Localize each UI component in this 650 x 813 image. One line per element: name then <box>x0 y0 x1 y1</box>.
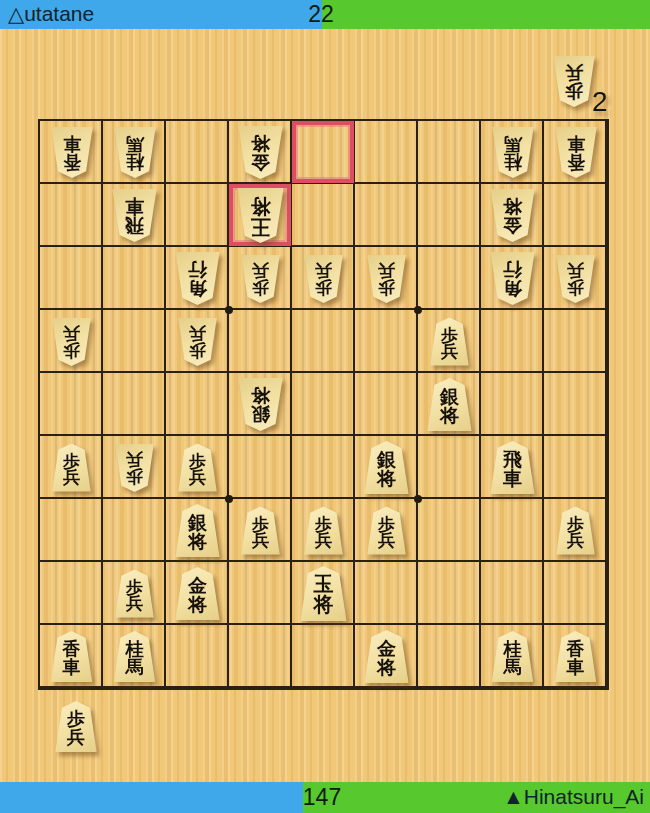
koma-kanji: 兵 <box>189 325 206 342</box>
koma-kanji: 金 <box>377 639 396 658</box>
piece-9d-gote[interactable]: 歩兵 <box>40 310 103 373</box>
board-cell-8d[interactable] <box>103 310 166 373</box>
koma-face: 歩兵 <box>177 444 218 492</box>
koma-kanji: 歩 <box>252 279 269 296</box>
koma-face: 歩兵 <box>555 255 596 303</box>
piece-6g-sente[interactable]: 歩兵 <box>229 499 292 562</box>
koma-kanji: 歩 <box>189 342 206 359</box>
koma-kanji: 飛 <box>503 450 522 469</box>
sente-player-name: ▲Hinatsuru_Ai <box>503 785 644 809</box>
board-cell-1d[interactable] <box>544 310 607 373</box>
board-cell-9e[interactable] <box>40 373 103 436</box>
koma-kanji: 兵 <box>378 532 395 549</box>
koma-kanji: 桂 <box>504 640 522 658</box>
piece-2f-sente[interactable]: 飛車 <box>481 436 544 499</box>
koma-kanji: 兵 <box>189 469 206 486</box>
koma-kanji: 馬 <box>126 658 144 676</box>
koma-face: 歩兵 <box>54 701 98 752</box>
koma-kanji: 兵 <box>315 532 332 549</box>
piece-6c-gote[interactable]: 歩兵 <box>229 247 292 310</box>
koma-face: 飛車 <box>111 189 158 242</box>
board-cell-3i[interactable] <box>418 625 481 688</box>
board-cell-2e[interactable] <box>481 373 544 436</box>
koma-kanji: 将 <box>377 469 396 488</box>
board-cell-7a[interactable] <box>166 121 229 184</box>
piece-9f-sente[interactable]: 歩兵 <box>40 436 103 499</box>
board-cell-5d[interactable] <box>292 310 355 373</box>
piece-6e-gote[interactable]: 銀将 <box>229 373 292 436</box>
koma-face: 銀将 <box>363 441 410 494</box>
koma-face: 歩兵 <box>555 507 596 555</box>
koma-face: 飛車 <box>489 441 536 494</box>
koma-kanji: 銀 <box>440 387 459 406</box>
board-cell-1f[interactable] <box>544 436 607 499</box>
board-cell-9h[interactable] <box>40 562 103 625</box>
koma-kanji: 兵 <box>565 65 583 83</box>
piece-6a-gote[interactable]: 金将 <box>229 121 292 184</box>
board-cell-4e[interactable] <box>355 373 418 436</box>
koma-kanji: 兵 <box>252 262 269 279</box>
board-cell-1h[interactable] <box>544 562 607 625</box>
koma-kanji: 角 <box>188 279 207 298</box>
koma-kanji: 車 <box>63 658 81 676</box>
koma-kanji: 兵 <box>67 728 85 746</box>
koma-kanji: 桂 <box>126 640 144 658</box>
gote-player-name: △utatane <box>8 2 94 26</box>
piece-8f-gote[interactable]: 歩兵 <box>103 436 166 499</box>
koma-kanji: 香 <box>567 153 585 171</box>
board-cell-3f[interactable] <box>418 436 481 499</box>
koma-face: 歩兵 <box>303 507 344 555</box>
koma-kanji: 兵 <box>378 262 395 279</box>
gote-clock-bar: △utatane 22 <box>0 0 650 29</box>
piece-1a-gote[interactable]: 香車 <box>544 121 607 184</box>
board-cell-2g[interactable] <box>481 499 544 562</box>
koma-kanji: 将 <box>314 595 334 615</box>
board-cell-9g[interactable] <box>40 499 103 562</box>
koma-kanji: 歩 <box>565 82 583 100</box>
koma-kanji: 歩 <box>126 468 143 485</box>
koma-kanji: 車 <box>503 469 522 488</box>
koma-kanji: 兵 <box>567 262 584 279</box>
board-cell-7e[interactable] <box>166 373 229 436</box>
piece-2c-gote[interactable]: 角行 <box>481 247 544 310</box>
koma-face: 金将 <box>489 189 536 242</box>
koma-face: 歩兵 <box>177 318 218 366</box>
koma-face: 角行 <box>174 252 221 305</box>
koma-kanji: 馬 <box>504 136 522 154</box>
board-cell-6i[interactable] <box>229 625 292 688</box>
piece-7d-gote[interactable]: 歩兵 <box>166 310 229 373</box>
koma-kanji: 兵 <box>126 451 143 468</box>
koma-kanji: 銀 <box>377 450 396 469</box>
piece-7c-gote[interactable]: 角行 <box>166 247 229 310</box>
piece-9a-gote[interactable]: 香車 <box>40 121 103 184</box>
koma-kanji: 金 <box>503 216 522 235</box>
piece-8h-sente[interactable]: 歩兵 <box>103 562 166 625</box>
koma-face: 歩兵 <box>114 570 155 618</box>
gote-hand-tray: 歩兵2 <box>552 56 596 107</box>
koma-kanji: 行 <box>503 261 522 280</box>
board-cell-3a[interactable] <box>418 121 481 184</box>
piece-8i-sente[interactable]: 桂馬 <box>103 625 166 688</box>
koma-face: 香車 <box>50 631 94 682</box>
gote-clock-value: 22 <box>308 1 334 28</box>
koma-face: 歩兵 <box>114 444 155 492</box>
board-cell-2h[interactable] <box>481 562 544 625</box>
koma-kanji: 車 <box>567 136 585 154</box>
koma-kanji: 桂 <box>504 153 522 171</box>
sente-time-remaining-fill <box>0 782 303 813</box>
piece-4f-sente[interactable]: 銀将 <box>355 436 418 499</box>
board-cell-6h[interactable] <box>229 562 292 625</box>
board-cell-5i[interactable] <box>292 625 355 688</box>
koma-face: 歩兵 <box>240 255 281 303</box>
koma-kanji: 車 <box>567 658 585 676</box>
piece-1c-gote[interactable]: 歩兵 <box>544 247 607 310</box>
koma-face: 歩兵 <box>366 255 407 303</box>
board-cell-4h[interactable] <box>355 562 418 625</box>
piece-9i-sente[interactable]: 香車 <box>40 625 103 688</box>
piece-5g-sente[interactable]: 歩兵 <box>292 499 355 562</box>
gote-hand-count: 2 <box>592 86 608 118</box>
koma-kanji: 歩 <box>315 279 332 296</box>
board-cell-3h[interactable] <box>418 562 481 625</box>
piece-2b-gote[interactable]: 金将 <box>481 184 544 247</box>
board-cell-8g[interactable] <box>103 499 166 562</box>
koma-kanji: 将 <box>188 532 207 551</box>
board-cell-6d[interactable] <box>229 310 292 373</box>
piece-3d-sente[interactable]: 歩兵 <box>418 310 481 373</box>
board-cell-4b[interactable] <box>355 184 418 247</box>
koma-kanji: 香 <box>63 640 81 658</box>
koma-kanji: 飛 <box>125 216 144 235</box>
koma-kanji: 兵 <box>252 532 269 549</box>
board-cell-9c[interactable] <box>40 247 103 310</box>
board-cell-3c[interactable] <box>418 247 481 310</box>
last-move-from-highlight <box>292 121 354 183</box>
board-cell-5e[interactable] <box>292 373 355 436</box>
board-cell-3g[interactable] <box>418 499 481 562</box>
piece-4c-gote[interactable]: 歩兵 <box>355 247 418 310</box>
board-cell-9b[interactable] <box>40 184 103 247</box>
board-cell-1e[interactable] <box>544 373 607 436</box>
board-cell-7i[interactable] <box>166 625 229 688</box>
koma-face: 桂馬 <box>491 127 535 178</box>
board-cell-7b[interactable] <box>166 184 229 247</box>
koma-kanji: 兵 <box>63 325 80 342</box>
piece-8a-gote[interactable]: 桂馬 <box>103 121 166 184</box>
koma-kanji: 行 <box>188 261 207 280</box>
piece-7h-sente[interactable]: 金将 <box>166 562 229 625</box>
koma-face: 歩兵 <box>366 507 407 555</box>
koma-face: 金将 <box>237 126 284 179</box>
koma-kanji: 将 <box>251 135 270 154</box>
koma-face: 王将 <box>236 188 285 243</box>
koma-kanji: 将 <box>503 198 522 217</box>
board-cell-8c[interactable] <box>103 247 166 310</box>
koma-kanji: 将 <box>188 595 207 614</box>
sente-hand-piece[interactable]: 歩兵 <box>54 701 98 752</box>
piece-8b-gote[interactable]: 飛車 <box>103 184 166 247</box>
koma-face: 香車 <box>554 127 598 178</box>
piece-7f-sente[interactable]: 歩兵 <box>166 436 229 499</box>
koma-face: 歩兵 <box>240 507 281 555</box>
piece-4i-sente[interactable]: 金将 <box>355 625 418 688</box>
koma-face: 歩兵 <box>429 318 470 366</box>
piece-7g-sente[interactable]: 銀将 <box>166 499 229 562</box>
koma-face: 香車 <box>554 631 598 682</box>
koma-face: 銀将 <box>174 504 221 557</box>
koma-kanji: 金 <box>188 576 207 595</box>
piece-2a-gote[interactable]: 桂馬 <box>481 121 544 184</box>
koma-kanji: 桂 <box>126 153 144 171</box>
koma-kanji: 将 <box>251 387 270 406</box>
koma-face: 桂馬 <box>113 127 157 178</box>
koma-kanji: 歩 <box>378 279 395 296</box>
koma-kanji: 馬 <box>504 658 522 676</box>
koma-face: 香車 <box>50 127 94 178</box>
board-cell-1b[interactable] <box>544 184 607 247</box>
piece-5h-sente[interactable]: 玉将 <box>292 562 355 625</box>
koma-kanji: 銀 <box>251 405 270 424</box>
koma-kanji: 香 <box>63 153 81 171</box>
koma-kanji: 歩 <box>567 279 584 296</box>
board-cell-2d[interactable] <box>481 310 544 373</box>
koma-face: 銀将 <box>237 378 284 431</box>
koma-kanji: 将 <box>440 406 459 425</box>
koma-face: 桂馬 <box>113 631 157 682</box>
koma-kanji: 兵 <box>441 343 458 360</box>
koma-kanji: 将 <box>251 197 271 217</box>
koma-kanji: 将 <box>377 658 396 677</box>
koma-face: 歩兵 <box>552 56 596 107</box>
koma-face: 銀将 <box>426 378 473 431</box>
koma-kanji: 王 <box>251 216 271 236</box>
koma-kanji: 車 <box>63 136 81 154</box>
koma-kanji: 金 <box>251 153 270 172</box>
koma-face: 金将 <box>174 567 221 620</box>
board-cell-4d[interactable] <box>355 310 418 373</box>
board-cell-5f[interactable] <box>292 436 355 499</box>
koma-face: 金将 <box>363 630 410 683</box>
board-cell-5b[interactable] <box>292 184 355 247</box>
koma-face: 角行 <box>489 252 536 305</box>
koma-face: 歩兵 <box>51 318 92 366</box>
piece-1g-sente[interactable]: 歩兵 <box>544 499 607 562</box>
piece-6b-gote[interactable]: 王将 <box>229 184 292 247</box>
shogi-board: 香車桂馬金将桂馬香車飛車王将金将角行歩兵歩兵歩兵角行歩兵歩兵歩兵歩兵銀将銀将歩兵… <box>38 119 609 690</box>
board-cell-3b[interactable] <box>418 184 481 247</box>
koma-kanji: 香 <box>567 640 585 658</box>
piece-1i-sente[interactable]: 香車 <box>544 625 607 688</box>
sente-clock-bar: ▲Hinatsuru_Ai 147 <box>0 782 650 813</box>
sente-clock-value: 147 <box>303 784 341 811</box>
koma-kanji: 歩 <box>63 342 80 359</box>
koma-kanji: 兵 <box>63 469 80 486</box>
koma-kanji: 銀 <box>188 513 207 532</box>
piece-5c-gote[interactable]: 歩兵 <box>292 247 355 310</box>
sente-hand-tray: 歩兵 <box>54 701 98 752</box>
koma-kanji: 兵 <box>315 262 332 279</box>
board-cell-4a[interactable] <box>355 121 418 184</box>
koma-kanji: 兵 <box>126 595 143 612</box>
koma-face: 歩兵 <box>303 255 344 303</box>
koma-kanji: 兵 <box>567 532 584 549</box>
koma-face: 歩兵 <box>51 444 92 492</box>
koma-kanji: 歩 <box>67 710 85 728</box>
board-cell-8e[interactable] <box>103 373 166 436</box>
piece-2i-sente[interactable]: 桂馬 <box>481 625 544 688</box>
gote-hand-piece[interactable]: 歩兵2 <box>552 56 596 107</box>
koma-face: 桂馬 <box>491 631 535 682</box>
board-cell-6f[interactable] <box>229 436 292 499</box>
koma-kanji: 角 <box>503 279 522 298</box>
koma-kanji: 馬 <box>126 136 144 154</box>
piece-4g-sente[interactable]: 歩兵 <box>355 499 418 562</box>
piece-3e-sente[interactable]: 銀将 <box>418 373 481 436</box>
koma-kanji: 車 <box>125 198 144 217</box>
koma-face: 玉将 <box>299 566 348 621</box>
